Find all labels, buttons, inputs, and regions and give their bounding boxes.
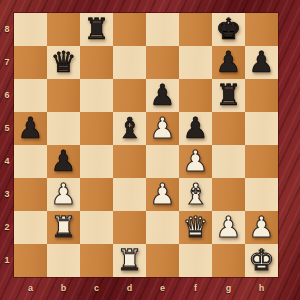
square-h8[interactable]: [245, 13, 278, 46]
square-b2[interactable]: ♜: [47, 211, 80, 244]
square-g1[interactable]: [212, 244, 245, 277]
white-pawn[interactable]: ♟: [183, 145, 209, 178]
rank-label-2: 2: [0, 211, 14, 244]
square-c4[interactable]: [80, 145, 113, 178]
square-g2[interactable]: ♟: [212, 211, 245, 244]
square-b1[interactable]: [47, 244, 80, 277]
square-b3[interactable]: ♟: [47, 178, 80, 211]
file-label-d: d: [113, 279, 146, 297]
black-pawn[interactable]: ♟: [183, 112, 209, 145]
square-c1[interactable]: [80, 244, 113, 277]
square-b6[interactable]: [47, 79, 80, 112]
square-b4[interactable]: ♟: [47, 145, 80, 178]
square-g3[interactable]: [212, 178, 245, 211]
square-e7[interactable]: [146, 46, 179, 79]
white-rook[interactable]: ♜: [51, 211, 77, 244]
white-queen[interactable]: ♛: [183, 211, 209, 244]
square-a2[interactable]: [14, 211, 47, 244]
rank-label-1: 1: [0, 244, 14, 277]
board-frame: ♜♚♛♟♟♟♜♟♝♟♟♟♟♟♟♝♜♛♟♟♜♚ 87654321 abcdefgh: [0, 0, 300, 300]
file-label-g: g: [212, 279, 245, 297]
square-d4[interactable]: [113, 145, 146, 178]
file-label-b: b: [47, 279, 80, 297]
square-c3[interactable]: [80, 178, 113, 211]
square-h4[interactable]: [245, 145, 278, 178]
file-label-e: e: [146, 279, 179, 297]
rank-label-4: 4: [0, 145, 14, 178]
chess-board: ♜♚♛♟♟♟♜♟♝♟♟♟♟♟♟♝♜♛♟♟♜♚: [14, 13, 278, 277]
black-bishop[interactable]: ♝: [117, 112, 143, 145]
square-e5[interactable]: ♟: [146, 112, 179, 145]
square-f1[interactable]: [179, 244, 212, 277]
white-pawn[interactable]: ♟: [249, 211, 275, 244]
black-pawn[interactable]: ♟: [216, 46, 242, 79]
square-h6[interactable]: [245, 79, 278, 112]
square-h5[interactable]: [245, 112, 278, 145]
square-g7[interactable]: ♟: [212, 46, 245, 79]
square-a1[interactable]: [14, 244, 47, 277]
square-g4[interactable]: [212, 145, 245, 178]
white-pawn[interactable]: ♟: [51, 178, 77, 211]
square-e1[interactable]: [146, 244, 179, 277]
square-c2[interactable]: [80, 211, 113, 244]
square-c5[interactable]: [80, 112, 113, 145]
file-label-a: a: [14, 279, 47, 297]
black-pawn[interactable]: ♟: [249, 46, 275, 79]
white-pawn[interactable]: ♟: [150, 178, 176, 211]
square-a7[interactable]: [14, 46, 47, 79]
square-a6[interactable]: [14, 79, 47, 112]
square-a8[interactable]: [14, 13, 47, 46]
white-bishop[interactable]: ♝: [183, 178, 209, 211]
square-h2[interactable]: ♟: [245, 211, 278, 244]
square-f4[interactable]: ♟: [179, 145, 212, 178]
file-label-h: h: [245, 279, 278, 297]
file-label-f: f: [179, 279, 212, 297]
square-f7[interactable]: [179, 46, 212, 79]
square-d3[interactable]: [113, 178, 146, 211]
square-d8[interactable]: [113, 13, 146, 46]
square-c7[interactable]: [80, 46, 113, 79]
square-f8[interactable]: [179, 13, 212, 46]
square-e4[interactable]: [146, 145, 179, 178]
black-queen[interactable]: ♛: [51, 46, 77, 79]
square-e3[interactable]: ♟: [146, 178, 179, 211]
white-pawn[interactable]: ♟: [216, 211, 242, 244]
square-g8[interactable]: ♚: [212, 13, 245, 46]
file-label-c: c: [80, 279, 113, 297]
black-rook[interactable]: ♜: [84, 13, 110, 46]
square-d1[interactable]: ♜: [113, 244, 146, 277]
square-b5[interactable]: [47, 112, 80, 145]
square-a3[interactable]: [14, 178, 47, 211]
square-h1[interactable]: ♚: [245, 244, 278, 277]
rank-label-3: 3: [0, 178, 14, 211]
square-g5[interactable]: [212, 112, 245, 145]
black-king[interactable]: ♚: [216, 13, 242, 46]
white-king[interactable]: ♚: [249, 244, 275, 277]
square-e8[interactable]: [146, 13, 179, 46]
rank-label-6: 6: [0, 79, 14, 112]
square-a5[interactable]: ♟: [14, 112, 47, 145]
square-f2[interactable]: ♛: [179, 211, 212, 244]
square-e6[interactable]: ♟: [146, 79, 179, 112]
square-b7[interactable]: ♛: [47, 46, 80, 79]
square-c6[interactable]: [80, 79, 113, 112]
square-h3[interactable]: [245, 178, 278, 211]
white-rook[interactable]: ♜: [117, 244, 143, 277]
square-h7[interactable]: ♟: [245, 46, 278, 79]
square-f3[interactable]: ♝: [179, 178, 212, 211]
black-pawn[interactable]: ♟: [150, 79, 176, 112]
black-pawn[interactable]: ♟: [51, 145, 77, 178]
square-e2[interactable]: [146, 211, 179, 244]
square-d6[interactable]: [113, 79, 146, 112]
square-f5[interactable]: ♟: [179, 112, 212, 145]
square-f6[interactable]: [179, 79, 212, 112]
rank-label-7: 7: [0, 46, 14, 79]
black-rook[interactable]: ♜: [216, 79, 242, 112]
square-c8[interactable]: ♜: [80, 13, 113, 46]
square-d5[interactable]: ♝: [113, 112, 146, 145]
square-a4[interactable]: [14, 145, 47, 178]
square-g6[interactable]: ♜: [212, 79, 245, 112]
rank-label-8: 8: [0, 13, 14, 46]
white-pawn[interactable]: ♟: [150, 112, 176, 145]
square-d7[interactable]: [113, 46, 146, 79]
square-b8[interactable]: [47, 13, 80, 46]
rank-label-5: 5: [0, 112, 14, 145]
black-pawn[interactable]: ♟: [18, 112, 44, 145]
square-d2[interactable]: [113, 211, 146, 244]
